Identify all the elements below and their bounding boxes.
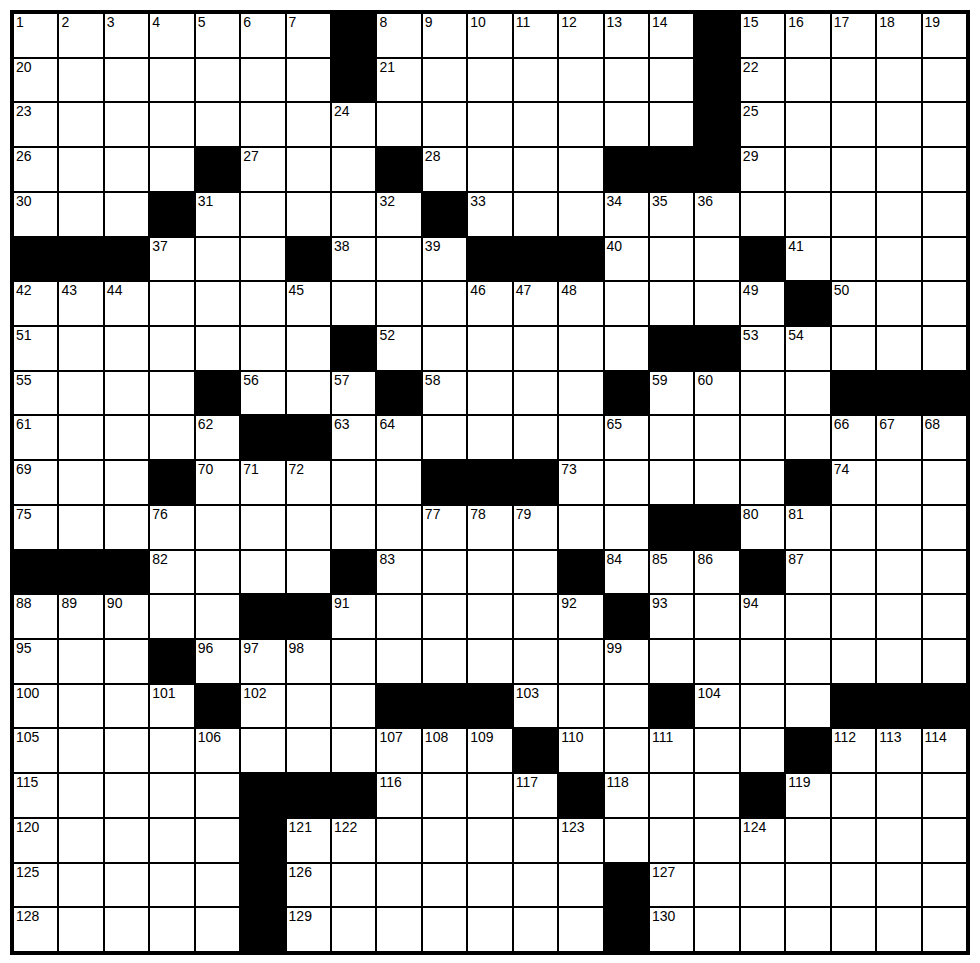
white-cell[interactable]: 31 — [196, 193, 239, 236]
white-cell[interactable] — [423, 908, 466, 951]
white-cell[interactable] — [468, 774, 511, 817]
white-cell[interactable] — [514, 908, 557, 951]
white-cell[interactable] — [923, 461, 966, 504]
white-cell[interactable] — [741, 416, 784, 459]
white-cell[interactable] — [196, 551, 239, 594]
white-cell[interactable] — [877, 551, 920, 594]
white-cell[interactable] — [786, 59, 829, 102]
white-cell[interactable]: 118 — [605, 774, 648, 817]
white-cell[interactable] — [105, 685, 148, 728]
white-cell[interactable]: 64 — [377, 416, 420, 459]
white-cell[interactable]: 114 — [923, 729, 966, 772]
white-cell[interactable] — [650, 416, 693, 459]
white-cell[interactable]: 18 — [877, 14, 920, 57]
white-cell[interactable]: 117 — [514, 774, 557, 817]
white-cell[interactable]: 10 — [468, 14, 511, 57]
white-cell[interactable] — [786, 864, 829, 907]
white-cell[interactable]: 27 — [241, 148, 284, 191]
white-cell[interactable] — [468, 819, 511, 862]
white-cell[interactable] — [196, 774, 239, 817]
white-cell[interactable] — [150, 282, 193, 325]
white-cell[interactable] — [923, 908, 966, 951]
white-cell[interactable] — [196, 595, 239, 638]
white-cell[interactable] — [877, 864, 920, 907]
white-cell[interactable]: 38 — [332, 238, 375, 281]
white-cell[interactable]: 126 — [287, 864, 330, 907]
white-cell[interactable] — [923, 103, 966, 146]
white-cell[interactable]: 26 — [14, 148, 57, 191]
white-cell[interactable] — [150, 774, 193, 817]
white-cell[interactable] — [514, 640, 557, 683]
white-cell[interactable] — [559, 685, 602, 728]
white-cell[interactable]: 2 — [59, 14, 102, 57]
white-cell[interactable] — [786, 103, 829, 146]
white-cell[interactable] — [468, 372, 511, 415]
white-cell[interactable] — [423, 551, 466, 594]
white-cell[interactable]: 49 — [741, 282, 784, 325]
white-cell[interactable] — [514, 327, 557, 370]
white-cell[interactable] — [196, 103, 239, 146]
white-cell[interactable] — [332, 506, 375, 549]
white-cell[interactable] — [559, 908, 602, 951]
white-cell[interactable] — [287, 59, 330, 102]
white-cell[interactable] — [59, 819, 102, 862]
white-cell[interactable] — [59, 908, 102, 951]
white-cell[interactable] — [287, 103, 330, 146]
white-cell[interactable]: 16 — [786, 14, 829, 57]
white-cell[interactable] — [514, 595, 557, 638]
white-cell[interactable]: 85 — [650, 551, 693, 594]
white-cell[interactable] — [695, 908, 738, 951]
white-cell[interactable]: 112 — [832, 729, 875, 772]
white-cell[interactable] — [832, 640, 875, 683]
white-cell[interactable]: 35 — [650, 193, 693, 236]
white-cell[interactable] — [196, 908, 239, 951]
white-cell[interactable]: 51 — [14, 327, 57, 370]
white-cell[interactable]: 78 — [468, 506, 511, 549]
white-cell[interactable] — [377, 103, 420, 146]
white-cell[interactable] — [605, 103, 648, 146]
white-cell[interactable] — [832, 595, 875, 638]
white-cell[interactable] — [832, 774, 875, 817]
white-cell[interactable] — [559, 640, 602, 683]
white-cell[interactable]: 39 — [423, 238, 466, 281]
white-cell[interactable] — [923, 59, 966, 102]
white-cell[interactable] — [514, 103, 557, 146]
white-cell[interactable] — [332, 729, 375, 772]
white-cell[interactable] — [332, 908, 375, 951]
white-cell[interactable]: 75 — [14, 506, 57, 549]
white-cell[interactable]: 53 — [741, 327, 784, 370]
white-cell[interactable] — [559, 327, 602, 370]
white-cell[interactable]: 81 — [786, 506, 829, 549]
white-cell[interactable]: 108 — [423, 729, 466, 772]
white-cell[interactable] — [695, 864, 738, 907]
white-cell[interactable] — [923, 506, 966, 549]
white-cell[interactable] — [241, 282, 284, 325]
white-cell[interactable]: 43 — [59, 282, 102, 325]
white-cell[interactable] — [105, 193, 148, 236]
white-cell[interactable]: 48 — [559, 282, 602, 325]
white-cell[interactable] — [150, 59, 193, 102]
white-cell[interactable] — [923, 327, 966, 370]
white-cell[interactable] — [423, 103, 466, 146]
white-cell[interactable] — [605, 59, 648, 102]
white-cell[interactable]: 11 — [514, 14, 557, 57]
white-cell[interactable] — [695, 461, 738, 504]
white-cell[interactable]: 32 — [377, 193, 420, 236]
white-cell[interactable]: 50 — [832, 282, 875, 325]
white-cell[interactable] — [877, 238, 920, 281]
white-cell[interactable] — [559, 148, 602, 191]
white-cell[interactable] — [423, 595, 466, 638]
white-cell[interactable]: 110 — [559, 729, 602, 772]
white-cell[interactable] — [150, 372, 193, 415]
white-cell[interactable]: 41 — [786, 238, 829, 281]
white-cell[interactable] — [832, 908, 875, 951]
white-cell[interactable] — [423, 282, 466, 325]
white-cell[interactable] — [59, 461, 102, 504]
white-cell[interactable]: 88 — [14, 595, 57, 638]
white-cell[interactable]: 104 — [695, 685, 738, 728]
white-cell[interactable]: 3 — [105, 14, 148, 57]
white-cell[interactable] — [241, 327, 284, 370]
white-cell[interactable]: 56 — [241, 372, 284, 415]
white-cell[interactable] — [695, 819, 738, 862]
white-cell[interactable]: 22 — [741, 59, 784, 102]
white-cell[interactable]: 46 — [468, 282, 511, 325]
white-cell[interactable] — [105, 59, 148, 102]
white-cell[interactable] — [741, 640, 784, 683]
white-cell[interactable]: 101 — [150, 685, 193, 728]
white-cell[interactable] — [877, 282, 920, 325]
white-cell[interactable]: 6 — [241, 14, 284, 57]
white-cell[interactable]: 125 — [14, 864, 57, 907]
white-cell[interactable]: 1 — [14, 14, 57, 57]
white-cell[interactable]: 71 — [241, 461, 284, 504]
white-cell[interactable]: 4 — [150, 14, 193, 57]
white-cell[interactable] — [605, 282, 648, 325]
white-cell[interactable] — [105, 327, 148, 370]
white-cell[interactable]: 58 — [423, 372, 466, 415]
white-cell[interactable]: 93 — [650, 595, 693, 638]
white-cell[interactable]: 84 — [605, 551, 648, 594]
white-cell[interactable] — [150, 103, 193, 146]
white-cell[interactable] — [196, 819, 239, 862]
white-cell[interactable] — [241, 551, 284, 594]
white-cell[interactable]: 60 — [695, 372, 738, 415]
white-cell[interactable]: 116 — [377, 774, 420, 817]
white-cell[interactable] — [423, 416, 466, 459]
white-cell[interactable] — [832, 148, 875, 191]
white-cell[interactable] — [150, 595, 193, 638]
white-cell[interactable] — [514, 819, 557, 862]
white-cell[interactable] — [105, 416, 148, 459]
white-cell[interactable] — [468, 551, 511, 594]
white-cell[interactable] — [695, 595, 738, 638]
white-cell[interactable] — [877, 640, 920, 683]
white-cell[interactable] — [650, 640, 693, 683]
white-cell[interactable]: 86 — [695, 551, 738, 594]
white-cell[interactable]: 63 — [332, 416, 375, 459]
white-cell[interactable]: 21 — [377, 59, 420, 102]
white-cell[interactable] — [741, 864, 784, 907]
white-cell[interactable] — [605, 327, 648, 370]
white-cell[interactable] — [241, 729, 284, 772]
white-cell[interactable] — [559, 506, 602, 549]
white-cell[interactable] — [559, 103, 602, 146]
white-cell[interactable] — [877, 193, 920, 236]
white-cell[interactable]: 99 — [605, 640, 648, 683]
white-cell[interactable] — [105, 103, 148, 146]
white-cell[interactable] — [287, 372, 330, 415]
white-cell[interactable] — [59, 372, 102, 415]
white-cell[interactable] — [832, 864, 875, 907]
white-cell[interactable] — [741, 372, 784, 415]
white-cell[interactable]: 73 — [559, 461, 602, 504]
white-cell[interactable]: 19 — [923, 14, 966, 57]
white-cell[interactable] — [468, 864, 511, 907]
white-cell[interactable] — [650, 59, 693, 102]
white-cell[interactable]: 13 — [605, 14, 648, 57]
white-cell[interactable] — [559, 372, 602, 415]
white-cell[interactable] — [423, 59, 466, 102]
white-cell[interactable] — [559, 864, 602, 907]
white-cell[interactable]: 17 — [832, 14, 875, 57]
white-cell[interactable]: 113 — [877, 729, 920, 772]
white-cell[interactable] — [923, 282, 966, 325]
white-cell[interactable]: 68 — [923, 416, 966, 459]
white-cell[interactable] — [377, 864, 420, 907]
white-cell[interactable] — [605, 685, 648, 728]
white-cell[interactable] — [150, 327, 193, 370]
white-cell[interactable] — [287, 327, 330, 370]
white-cell[interactable] — [786, 640, 829, 683]
white-cell[interactable] — [832, 551, 875, 594]
white-cell[interactable] — [59, 327, 102, 370]
white-cell[interactable] — [923, 238, 966, 281]
white-cell[interactable]: 20 — [14, 59, 57, 102]
white-cell[interactable]: 109 — [468, 729, 511, 772]
white-cell[interactable] — [59, 640, 102, 683]
white-cell[interactable]: 74 — [832, 461, 875, 504]
white-cell[interactable] — [287, 729, 330, 772]
white-cell[interactable] — [923, 819, 966, 862]
white-cell[interactable] — [377, 640, 420, 683]
white-cell[interactable] — [786, 193, 829, 236]
white-cell[interactable] — [923, 148, 966, 191]
white-cell[interactable] — [287, 193, 330, 236]
white-cell[interactable] — [923, 774, 966, 817]
white-cell[interactable] — [786, 148, 829, 191]
white-cell[interactable] — [332, 685, 375, 728]
white-cell[interactable]: 80 — [741, 506, 784, 549]
white-cell[interactable]: 36 — [695, 193, 738, 236]
white-cell[interactable] — [377, 238, 420, 281]
white-cell[interactable] — [105, 640, 148, 683]
white-cell[interactable] — [105, 819, 148, 862]
white-cell[interactable]: 70 — [196, 461, 239, 504]
white-cell[interactable] — [514, 148, 557, 191]
white-cell[interactable] — [877, 327, 920, 370]
white-cell[interactable]: 37 — [150, 238, 193, 281]
white-cell[interactable] — [832, 103, 875, 146]
white-cell[interactable] — [695, 282, 738, 325]
white-cell[interactable]: 98 — [287, 640, 330, 683]
white-cell[interactable] — [877, 908, 920, 951]
white-cell[interactable]: 54 — [786, 327, 829, 370]
white-cell[interactable]: 90 — [105, 595, 148, 638]
white-cell[interactable] — [741, 729, 784, 772]
white-cell[interactable]: 40 — [605, 238, 648, 281]
white-cell[interactable] — [105, 506, 148, 549]
white-cell[interactable] — [150, 416, 193, 459]
white-cell[interactable] — [423, 640, 466, 683]
white-cell[interactable] — [287, 506, 330, 549]
white-cell[interactable] — [877, 506, 920, 549]
white-cell[interactable] — [377, 461, 420, 504]
white-cell[interactable] — [150, 864, 193, 907]
white-cell[interactable] — [786, 908, 829, 951]
white-cell[interactable] — [923, 551, 966, 594]
white-cell[interactable] — [695, 774, 738, 817]
white-cell[interactable] — [786, 595, 829, 638]
white-cell[interactable] — [423, 327, 466, 370]
white-cell[interactable]: 128 — [14, 908, 57, 951]
white-cell[interactable]: 12 — [559, 14, 602, 57]
white-cell[interactable] — [59, 506, 102, 549]
white-cell[interactable] — [377, 908, 420, 951]
white-cell[interactable] — [605, 729, 648, 772]
white-cell[interactable]: 123 — [559, 819, 602, 862]
white-cell[interactable]: 33 — [468, 193, 511, 236]
white-cell[interactable] — [150, 819, 193, 862]
white-cell[interactable] — [332, 282, 375, 325]
white-cell[interactable] — [59, 774, 102, 817]
white-cell[interactable]: 52 — [377, 327, 420, 370]
white-cell[interactable] — [650, 774, 693, 817]
white-cell[interactable] — [377, 506, 420, 549]
white-cell[interactable] — [923, 640, 966, 683]
white-cell[interactable]: 62 — [196, 416, 239, 459]
white-cell[interactable] — [468, 148, 511, 191]
white-cell[interactable]: 129 — [287, 908, 330, 951]
white-cell[interactable] — [59, 685, 102, 728]
white-cell[interactable] — [877, 461, 920, 504]
white-cell[interactable] — [332, 193, 375, 236]
white-cell[interactable]: 24 — [332, 103, 375, 146]
white-cell[interactable] — [650, 238, 693, 281]
white-cell[interactable] — [59, 59, 102, 102]
white-cell[interactable] — [832, 506, 875, 549]
white-cell[interactable]: 14 — [650, 14, 693, 57]
white-cell[interactable]: 69 — [14, 461, 57, 504]
white-cell[interactable]: 30 — [14, 193, 57, 236]
white-cell[interactable]: 91 — [332, 595, 375, 638]
white-cell[interactable] — [196, 864, 239, 907]
white-cell[interactable] — [105, 372, 148, 415]
white-cell[interactable]: 72 — [287, 461, 330, 504]
white-cell[interactable]: 92 — [559, 595, 602, 638]
white-cell[interactable]: 130 — [650, 908, 693, 951]
white-cell[interactable] — [877, 595, 920, 638]
white-cell[interactable] — [514, 416, 557, 459]
white-cell[interactable] — [877, 103, 920, 146]
white-cell[interactable] — [468, 327, 511, 370]
white-cell[interactable] — [695, 640, 738, 683]
white-cell[interactable] — [105, 729, 148, 772]
white-cell[interactable] — [332, 864, 375, 907]
white-cell[interactable] — [650, 103, 693, 146]
white-cell[interactable]: 89 — [59, 595, 102, 638]
white-cell[interactable]: 96 — [196, 640, 239, 683]
white-cell[interactable] — [695, 416, 738, 459]
white-cell[interactable] — [468, 59, 511, 102]
white-cell[interactable] — [59, 729, 102, 772]
white-cell[interactable]: 77 — [423, 506, 466, 549]
white-cell[interactable] — [241, 506, 284, 549]
white-cell[interactable] — [559, 59, 602, 102]
white-cell[interactable]: 42 — [14, 282, 57, 325]
white-cell[interactable] — [786, 416, 829, 459]
white-cell[interactable] — [468, 595, 511, 638]
white-cell[interactable] — [605, 506, 648, 549]
white-cell[interactable]: 111 — [650, 729, 693, 772]
white-cell[interactable] — [559, 416, 602, 459]
white-cell[interactable]: 87 — [786, 551, 829, 594]
white-cell[interactable]: 105 — [14, 729, 57, 772]
white-cell[interactable]: 5 — [196, 14, 239, 57]
white-cell[interactable]: 124 — [741, 819, 784, 862]
white-cell[interactable] — [877, 59, 920, 102]
white-cell[interactable] — [741, 908, 784, 951]
white-cell[interactable]: 45 — [287, 282, 330, 325]
white-cell[interactable]: 57 — [332, 372, 375, 415]
white-cell[interactable] — [105, 148, 148, 191]
white-cell[interactable]: 82 — [150, 551, 193, 594]
white-cell[interactable] — [741, 685, 784, 728]
white-cell[interactable] — [332, 640, 375, 683]
white-cell[interactable]: 103 — [514, 685, 557, 728]
white-cell[interactable]: 102 — [241, 685, 284, 728]
white-cell[interactable] — [287, 148, 330, 191]
white-cell[interactable] — [650, 282, 693, 325]
white-cell[interactable] — [196, 282, 239, 325]
white-cell[interactable] — [786, 685, 829, 728]
white-cell[interactable] — [605, 819, 648, 862]
white-cell[interactable]: 119 — [786, 774, 829, 817]
white-cell[interactable]: 34 — [605, 193, 648, 236]
white-cell[interactable]: 29 — [741, 148, 784, 191]
white-cell[interactable] — [877, 819, 920, 862]
white-cell[interactable]: 8 — [377, 14, 420, 57]
white-cell[interactable] — [332, 461, 375, 504]
white-cell[interactable] — [150, 148, 193, 191]
white-cell[interactable] — [105, 461, 148, 504]
white-cell[interactable] — [650, 819, 693, 862]
white-cell[interactable] — [468, 640, 511, 683]
white-cell[interactable] — [832, 193, 875, 236]
white-cell[interactable] — [514, 864, 557, 907]
white-cell[interactable] — [59, 193, 102, 236]
white-cell[interactable] — [923, 595, 966, 638]
white-cell[interactable] — [468, 103, 511, 146]
white-cell[interactable] — [877, 774, 920, 817]
white-cell[interactable]: 47 — [514, 282, 557, 325]
white-cell[interactable] — [59, 148, 102, 191]
white-cell[interactable] — [650, 461, 693, 504]
white-cell[interactable] — [332, 148, 375, 191]
